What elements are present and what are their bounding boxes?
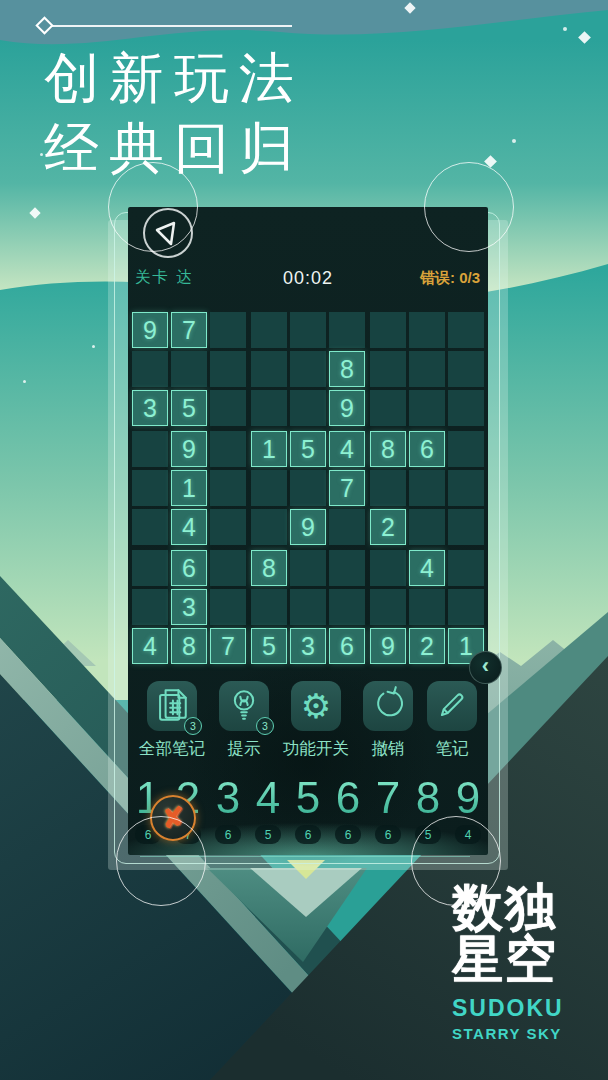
grid-row-9: 487536921 — [132, 628, 484, 664]
cell-r3c2[interactable]: 5 — [171, 390, 207, 426]
cell-r1c9[interactable] — [448, 312, 484, 348]
cell-r8c3[interactable] — [210, 589, 246, 625]
grid-row-3: 359 — [132, 390, 484, 426]
error-value: 0/3 — [459, 269, 480, 286]
grid-row-7: 684 — [132, 550, 484, 586]
tool-hint: 3 提示 — [219, 681, 269, 760]
count-slot-9: 4 — [448, 825, 488, 844]
cell-r4c6[interactable]: 4 — [329, 431, 365, 467]
cell-r5c3[interactable] — [210, 470, 246, 506]
cell-r7c7[interactable] — [370, 550, 406, 586]
cell-r9c7[interactable]: 9 — [370, 628, 406, 664]
cell-r8c7[interactable] — [370, 589, 406, 625]
tool-undo: 撤销 — [363, 681, 413, 760]
remaining-count-3: 6 — [215, 825, 241, 844]
cell-r3c7[interactable] — [370, 390, 406, 426]
all-notes-badge: 3 — [184, 717, 202, 735]
grid-row-4: 915486 — [132, 431, 484, 467]
tool-notes: 笔记 — [427, 681, 477, 760]
cell-r9c2[interactable]: 8 — [171, 628, 207, 664]
cell-r6c6[interactable] — [329, 509, 365, 545]
cell-r3c1[interactable]: 3 — [132, 390, 168, 426]
remaining-count-4: 5 — [255, 825, 281, 844]
remaining-count-8: 5 — [415, 825, 441, 844]
undo-arrow-icon — [366, 683, 410, 730]
logo-cn-line1: 数独 — [452, 882, 564, 934]
app-logo: 数独 星空 SUDOKU STARRY SKY — [452, 882, 564, 1042]
cell-r8c1[interactable] — [132, 589, 168, 625]
cell-r5c7[interactable] — [370, 470, 406, 506]
cell-r3c9[interactable] — [448, 390, 484, 426]
cell-r9c1[interactable]: 4 — [132, 628, 168, 664]
cell-r9c8[interactable]: 2 — [409, 628, 445, 664]
remaining-count-5: 6 — [295, 825, 321, 844]
settings-button[interactable]: ⚙ — [291, 681, 341, 731]
tool-label: 笔记 — [436, 738, 469, 760]
sudoku-grid: 978359915486174926843487536921 — [132, 312, 484, 664]
count-slot-8: 5 — [408, 825, 448, 844]
cell-r8c4[interactable] — [251, 589, 287, 625]
cell-r5c9[interactable] — [448, 470, 484, 506]
cell-r6c1[interactable] — [132, 509, 168, 545]
hero-line-2: 经典回归 — [44, 112, 304, 186]
cell-r3c4[interactable] — [251, 390, 287, 426]
hero-rule-line — [52, 25, 292, 27]
cell-r2c1[interactable] — [132, 351, 168, 387]
cell-r9c5[interactable]: 3 — [290, 628, 326, 664]
logo-en-line1: SUDOKU — [452, 995, 564, 1022]
cell-r4c7[interactable]: 8 — [370, 431, 406, 467]
count-slot-7: 6 — [368, 825, 408, 844]
screenshot-canvas: 创新玩法 经典回归 关卡 达 00:02 错误: 0/3 97835991548… — [0, 0, 608, 1080]
cell-r6c7[interactable]: 2 — [370, 509, 406, 545]
star-icon — [40, 153, 43, 156]
hint-badge: 3 — [256, 717, 274, 735]
decorative-frame-line — [140, 856, 470, 857]
undo-button[interactable] — [363, 681, 413, 731]
cell-r7c5[interactable] — [290, 550, 326, 586]
cell-r5c5[interactable] — [290, 470, 326, 506]
cell-r1c3[interactable] — [210, 312, 246, 348]
x-icon: ✘ — [160, 803, 186, 833]
cell-r1c7[interactable] — [370, 312, 406, 348]
num-key-3[interactable]: 3 — [208, 773, 248, 823]
cell-r6c8[interactable] — [409, 509, 445, 545]
count-slot-6: 6 — [328, 825, 368, 844]
cell-r7c8[interactable]: 4 — [409, 550, 445, 586]
notes-button[interactable] — [427, 681, 477, 731]
count-slot-5: 6 — [288, 825, 328, 844]
tool-label: 全部笔记 — [139, 738, 205, 760]
cell-r7c4[interactable]: 8 — [251, 550, 287, 586]
star-icon — [512, 139, 516, 143]
num-key-9[interactable]: 9 — [448, 773, 488, 823]
cell-r2c2[interactable] — [171, 351, 207, 387]
num-key-5[interactable]: 5 — [288, 773, 328, 823]
sudoku-app-screen: 关卡 达 00:02 错误: 0/3 978359915486174926843… — [128, 207, 488, 855]
cell-r7c1[interactable] — [132, 550, 168, 586]
cell-r5c6[interactable]: 7 — [329, 470, 365, 506]
cell-r3c8[interactable] — [409, 390, 445, 426]
grid-row-1: 97 — [132, 312, 484, 348]
cell-r4c2[interactable]: 9 — [171, 431, 207, 467]
star-icon — [92, 345, 95, 348]
cell-r2c7[interactable] — [370, 351, 406, 387]
count-slot-3: 6 — [208, 825, 248, 844]
back-button[interactable] — [142, 207, 194, 259]
tool-label: 提示 — [228, 738, 261, 760]
cell-r4c5[interactable]: 5 — [290, 431, 326, 467]
collapse-panel-button[interactable]: ‹ — [469, 651, 502, 684]
toolbar: 3 全部笔记 3 提示 — [128, 681, 488, 760]
gear-icon: ⚙ — [301, 689, 331, 723]
grid-row-6: 492 — [132, 509, 484, 545]
tool-label: 功能开关 — [283, 738, 349, 760]
cell-r6c3[interactable] — [210, 509, 246, 545]
cell-r7c3[interactable] — [210, 550, 246, 586]
cell-r7c9[interactable] — [448, 550, 484, 586]
num-key-6[interactable]: 6 — [328, 773, 368, 823]
cell-r1c2[interactable]: 7 — [171, 312, 207, 348]
tool-settings: ⚙ 功能开关 — [283, 681, 349, 760]
logo-en-line2: STARRY SKY — [452, 1025, 564, 1042]
cell-r9c3[interactable]: 7 — [210, 628, 246, 664]
count-slot-4: 5 — [248, 825, 288, 844]
cell-r8c6[interactable] — [329, 589, 365, 625]
cell-r6c2[interactable]: 4 — [171, 509, 207, 545]
cell-r8c8[interactable] — [409, 589, 445, 625]
cell-r4c4[interactable]: 1 — [251, 431, 287, 467]
grid-row-8: 3 — [132, 589, 484, 625]
cell-r9c6[interactable]: 6 — [329, 628, 365, 664]
cell-r8c5[interactable] — [290, 589, 326, 625]
chevron-left-icon: ‹ — [482, 655, 489, 677]
hero-line-1: 创新玩法 — [44, 42, 304, 116]
star-icon — [563, 27, 567, 31]
cell-r3c3[interactable] — [210, 390, 246, 426]
all-notes-button[interactable]: 3 — [147, 681, 197, 731]
logo-cn-line2: 星空 — [452, 934, 564, 986]
cell-r3c6[interactable]: 9 — [329, 390, 365, 426]
cell-r1c8[interactable] — [409, 312, 445, 348]
remaining-count-9: 4 — [455, 825, 481, 844]
cell-r5c1[interactable] — [132, 470, 168, 506]
cell-r9c4[interactable]: 5 — [251, 628, 287, 664]
cell-r7c6[interactable] — [329, 550, 365, 586]
pencil-icon — [430, 683, 474, 730]
cell-r2c4[interactable] — [251, 351, 287, 387]
cell-r1c5[interactable] — [290, 312, 326, 348]
cell-r5c4[interactable] — [251, 470, 287, 506]
cell-r6c9[interactable] — [448, 509, 484, 545]
error-label: 错误: — [420, 269, 455, 286]
remaining-count-6: 6 — [335, 825, 361, 844]
num-key-4[interactable]: 4 — [248, 773, 288, 823]
cell-r5c8[interactable] — [409, 470, 445, 506]
star-icon — [23, 380, 26, 383]
cell-r6c5[interactable]: 9 — [290, 509, 326, 545]
num-key-7[interactable]: 7 — [368, 773, 408, 823]
cell-r1c4[interactable] — [251, 312, 287, 348]
cell-r4c9[interactable] — [448, 431, 484, 467]
tool-all-notes: 3 全部笔记 — [139, 681, 205, 760]
cell-r5c2[interactable]: 1 — [171, 470, 207, 506]
cell-r7c2[interactable]: 6 — [171, 550, 207, 586]
cell-r4c8[interactable]: 6 — [409, 431, 445, 467]
cell-r2c9[interactable] — [448, 351, 484, 387]
cell-r2c6[interactable]: 8 — [329, 351, 365, 387]
cell-r2c8[interactable] — [409, 351, 445, 387]
num-key-8[interactable]: 8 — [408, 773, 448, 823]
cell-r4c1[interactable] — [132, 431, 168, 467]
tool-label: 撤销 — [372, 738, 405, 760]
error-counter: 错误: 0/3 — [420, 269, 480, 288]
cell-r6c4[interactable] — [251, 509, 287, 545]
cell-r2c3[interactable] — [210, 351, 246, 387]
cell-r3c5[interactable] — [290, 390, 326, 426]
hint-button[interactable]: 3 — [219, 681, 269, 731]
remaining-count-7: 6 — [375, 825, 401, 844]
cell-r1c6[interactable] — [329, 312, 365, 348]
cell-r2c5[interactable] — [290, 351, 326, 387]
cell-r1c1[interactable]: 9 — [132, 312, 168, 348]
grid-row-5: 17 — [132, 470, 484, 506]
grid-row-2: 8 — [132, 351, 484, 387]
cell-r8c2[interactable]: 3 — [171, 589, 207, 625]
erase-x-button[interactable]: ✘ — [150, 795, 196, 841]
cell-r8c9[interactable] — [448, 589, 484, 625]
cell-r4c3[interactable] — [210, 431, 246, 467]
